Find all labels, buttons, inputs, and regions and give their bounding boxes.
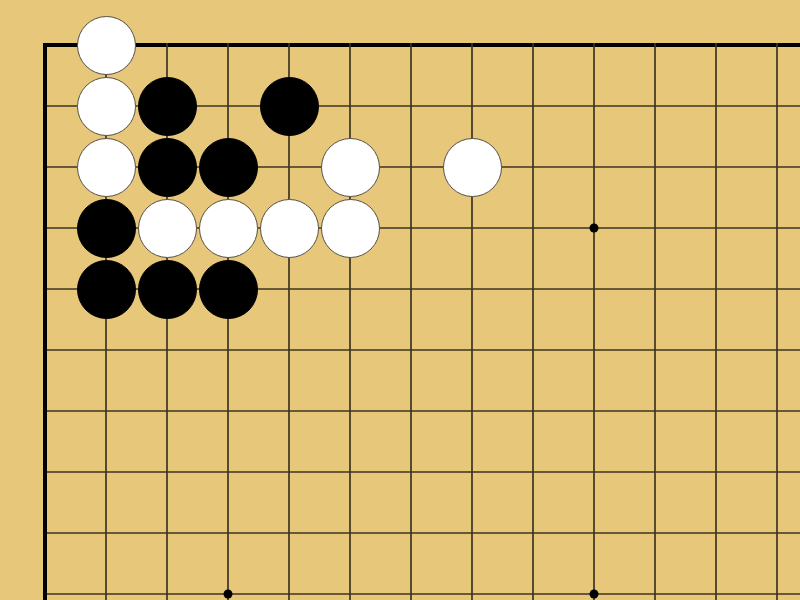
stone-white-C16 (138, 199, 197, 258)
stone-white-B17 (77, 138, 136, 197)
stone-black-B15 (77, 260, 136, 319)
stone-black-C18 (138, 77, 197, 136)
stone-white-H17 (443, 138, 502, 197)
go-board[interactable] (0, 0, 800, 600)
screenshot-root (0, 0, 800, 600)
stones-layer (15, 15, 800, 600)
stone-white-F16 (321, 199, 380, 258)
stone-black-B16 (77, 199, 136, 258)
stone-white-E16 (260, 199, 319, 258)
stone-black-D15 (199, 260, 258, 319)
stone-white-D16 (199, 199, 258, 258)
stone-white-F17 (321, 138, 380, 197)
stone-white-B18 (77, 77, 136, 136)
stone-black-E18 (260, 77, 319, 136)
stone-black-C17 (138, 138, 197, 197)
stone-black-D17 (199, 138, 258, 197)
stone-black-C15 (138, 260, 197, 319)
stone-white-B19 (77, 16, 136, 75)
